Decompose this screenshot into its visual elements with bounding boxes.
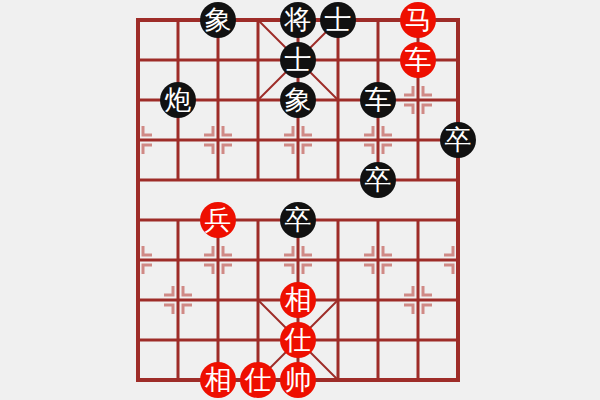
black-pawn[interactable]: 卒 — [360, 162, 396, 198]
black-cannon[interactable]: 炮 — [160, 82, 196, 118]
black-advisor[interactable]: 士 — [280, 42, 316, 78]
black-pawn[interactable]: 卒 — [440, 122, 476, 158]
xiangqi-diagram: 象将士马士车炮象车卒卒兵卒相仕相仕帅 — [0, 0, 600, 400]
red-general[interactable]: 帅 — [280, 362, 316, 398]
red-elephant[interactable]: 相 — [200, 362, 236, 398]
black-elephant[interactable]: 象 — [280, 82, 316, 118]
red-advisor[interactable]: 仕 — [280, 322, 316, 358]
black-elephant[interactable]: 象 — [200, 2, 236, 38]
red-horse[interactable]: 马 — [400, 2, 436, 38]
red-chariot[interactable]: 车 — [400, 42, 436, 78]
black-advisor[interactable]: 士 — [320, 2, 356, 38]
black-chariot[interactable]: 车 — [360, 82, 396, 118]
red-pawn[interactable]: 兵 — [200, 202, 236, 238]
red-elephant[interactable]: 相 — [280, 282, 316, 318]
black-pawn[interactable]: 卒 — [280, 202, 316, 238]
black-general[interactable]: 将 — [280, 2, 316, 38]
red-advisor[interactable]: 仕 — [240, 362, 276, 398]
xiangqi-board[interactable]: 象将士马士车炮象车卒卒兵卒相仕相仕帅 — [118, 0, 478, 400]
